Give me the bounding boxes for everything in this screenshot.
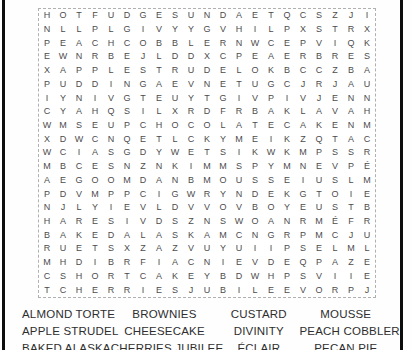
grid-cell: L [103, 23, 119, 37]
grid-cell: L [71, 201, 87, 215]
grid-cell: N [199, 215, 215, 229]
grid-cell: A [231, 119, 247, 133]
grid-cell: R [103, 283, 119, 297]
grid-cell: R [311, 78, 327, 92]
word-search-page: HOTFUDGESUNDAETQCSZJINLLPLGIVYYGVHILPXST… [0, 0, 412, 350]
grid-cell: T [87, 242, 103, 256]
grid-cell: T [151, 64, 167, 78]
grid-cell: S [311, 9, 327, 23]
grid-cell: S [103, 242, 119, 256]
grid-cell: J [295, 78, 311, 92]
grid-cell: C [311, 64, 327, 78]
grid-cell: H [71, 283, 87, 297]
grid-cell: I [87, 256, 103, 270]
grid-cell: V [247, 91, 263, 105]
grid-cell: I [183, 160, 199, 174]
grid-cell: I [247, 23, 263, 37]
grid-cell: E [359, 270, 375, 284]
grid-cell: M [87, 187, 103, 201]
grid-cell: E [183, 146, 199, 160]
grid-cell: A [39, 174, 55, 188]
grid-cell: C [71, 160, 87, 174]
grid-cell: V [183, 78, 199, 92]
grid-cell: C [215, 50, 231, 64]
grid-cell: I [39, 91, 55, 105]
grid-cell: B [183, 174, 199, 188]
grid-cell: K [279, 146, 295, 160]
grid-cell: W [71, 132, 87, 146]
grid-cell: D [183, 50, 199, 64]
grid-cell: D [231, 270, 247, 284]
grid-cell: Q [279, 9, 295, 23]
word-list-item: BAKED ALASKA [22, 340, 111, 350]
grid-cell: N [103, 132, 119, 146]
grid-cell: X [199, 50, 215, 64]
grid-cell: C [135, 187, 151, 201]
grid-cell: N [343, 91, 359, 105]
grid-cell: S [263, 174, 279, 188]
grid-cell: L [167, 132, 183, 146]
grid-cell: D [55, 132, 71, 146]
grid-cell: Y [183, 91, 199, 105]
grid-cell: E [87, 160, 103, 174]
word-list-item: PECAN PIE [299, 340, 392, 350]
grid-cell: L [71, 23, 87, 37]
grid-cell: B [151, 36, 167, 50]
grid-cell: M [311, 215, 327, 229]
grid-cell: S [103, 146, 119, 160]
grid-cell: O [135, 36, 151, 50]
grid-cell: J [343, 228, 359, 242]
grid-cell: R [231, 105, 247, 119]
grid-cell: N [119, 78, 135, 92]
grid-cell: B [39, 228, 55, 242]
grid-cell: H [231, 23, 247, 37]
grid-cell: D [55, 187, 71, 201]
grid-cell: I [231, 283, 247, 297]
grid-cell: B [279, 64, 295, 78]
grid-cell: I [71, 146, 87, 160]
grid-cell: X [39, 132, 55, 146]
grid-cell: L [247, 283, 263, 297]
grid-cell: E [279, 36, 295, 50]
grid-cell: C [55, 283, 71, 297]
grid-cell: R [343, 23, 359, 37]
grid-cell: C [87, 36, 103, 50]
grid-cell: O [215, 201, 231, 215]
grid-cell: H [87, 105, 103, 119]
grid-cell: U [359, 78, 375, 92]
grid-cell: Z [327, 9, 343, 23]
word-list-item: CHERRIES JUBILEE [111, 340, 218, 350]
grid-cell: N [199, 78, 215, 92]
grid-cell: P [119, 119, 135, 133]
grid-cell: S [327, 146, 343, 160]
grid-cell: V [247, 256, 263, 270]
grid-cell: O [215, 174, 231, 188]
grid-cell: V [327, 160, 343, 174]
grid-cell: U [199, 283, 215, 297]
grid-cell: X [295, 23, 311, 37]
grid-cell: E [151, 91, 167, 105]
grid-cell: I [231, 146, 247, 160]
grid-cell: F [215, 105, 231, 119]
grid-cell: W [55, 50, 71, 64]
grid-cell: A [71, 105, 87, 119]
word-search-grid-border: HOTFUDGESUNDAETQCSZJINLLPLGIVYYGVHILPXST… [38, 8, 376, 298]
grid-cell: A [263, 215, 279, 229]
grid-cell: I [119, 215, 135, 229]
grid-cell: P [295, 228, 311, 242]
grid-cell: N [279, 215, 295, 229]
grid-cell: T [231, 78, 247, 92]
grid-cell: R [359, 215, 375, 229]
grid-cell: P [311, 256, 327, 270]
grid-cell: V [295, 283, 311, 297]
grid-cell: I [103, 78, 119, 92]
grid-cell: O [247, 215, 263, 229]
grid-cell: S [55, 270, 71, 284]
grid-cell: Q [119, 132, 135, 146]
grid-cell: R [103, 270, 119, 284]
grid-cell: S [231, 160, 247, 174]
grid-cell: A [55, 228, 71, 242]
grid-cell: M [39, 256, 55, 270]
grid-cell: G [263, 228, 279, 242]
grid-cell: E [215, 64, 231, 78]
grid-cell: S [167, 215, 183, 229]
grid-cell: F [343, 215, 359, 229]
grid-cell: U [247, 78, 263, 92]
grid-cell: U [231, 174, 247, 188]
word-list-item: ALMOND TORTE [22, 306, 111, 323]
grid-cell: A [327, 256, 343, 270]
grid-cell: S [247, 174, 263, 188]
grid-cell: Y [263, 160, 279, 174]
grid-cell: T [247, 119, 263, 133]
grid-cell: S [103, 215, 119, 229]
grid-cell: S [295, 242, 311, 256]
word-list-item: DIVINITY [218, 323, 299, 340]
grid-cell: U [55, 242, 71, 256]
grid-cell: G [135, 78, 151, 92]
grid-cell: P [343, 283, 359, 297]
grid-cell: E [311, 242, 327, 256]
grid-cell: M [199, 160, 215, 174]
grid-cell: V [327, 105, 343, 119]
grid-cell: A [151, 228, 167, 242]
grid-cell: S [167, 283, 183, 297]
grid-cell: C [39, 105, 55, 119]
grid-cell: E [231, 256, 247, 270]
grid-cell: I [247, 242, 263, 256]
grid-cell: O [103, 174, 119, 188]
grid-cell: P [279, 23, 295, 37]
grid-cell: I [151, 256, 167, 270]
grid-cell: V [183, 201, 199, 215]
grid-cell: I [135, 105, 151, 119]
grid-cell: U [231, 242, 247, 256]
grid-cell: G [71, 174, 87, 188]
grid-cell: D [151, 215, 167, 229]
grid-cell: D [135, 146, 151, 160]
grid-cell: E [55, 174, 71, 188]
word-list-item: PEACH COBBLER [299, 323, 392, 340]
grid-cell: G [263, 78, 279, 92]
grid-cell: D [263, 256, 279, 270]
grid-cell: A [311, 105, 327, 119]
grid-cell: M [311, 228, 327, 242]
grid-cell: L [231, 64, 247, 78]
grid-cell: H [39, 9, 55, 23]
grid-cell: Q [103, 105, 119, 119]
word-list-item: CHEESECAKE [111, 323, 218, 340]
grid-cell: C [263, 36, 279, 50]
grid-cell: M [119, 174, 135, 188]
grid-cell: Z [167, 242, 183, 256]
grid-cell: C [183, 119, 199, 133]
grid-cell: I [359, 9, 375, 23]
grid-cell: R [215, 36, 231, 50]
grid-cell: M [215, 228, 231, 242]
grid-cell: T [199, 146, 215, 160]
grid-cell: T [71, 9, 87, 23]
grid-cell: B [359, 201, 375, 215]
grid-cell: W [263, 146, 279, 160]
grid-cell: C [327, 228, 343, 242]
grid-cell: P [87, 23, 103, 37]
grid-cell: T [135, 91, 151, 105]
grid-cell: P [71, 64, 87, 78]
grid-cell: T [311, 187, 327, 201]
grid-cell: I [135, 23, 151, 37]
grid-cell: Y [55, 91, 71, 105]
grid-cell: S [135, 64, 151, 78]
grid-cell: U [55, 78, 71, 92]
grid-cell: N [343, 119, 359, 133]
grid-cell: D [167, 201, 183, 215]
grid-cell: E [183, 270, 199, 284]
grid-cell: H [359, 105, 375, 119]
grid-cell: M [39, 160, 55, 174]
grid-cell: J [183, 283, 199, 297]
grid-cell: D [215, 9, 231, 23]
grid-cell: V [231, 201, 247, 215]
grid-cell: S [71, 119, 87, 133]
grid-cell: U [167, 91, 183, 105]
grid-cell: A [359, 64, 375, 78]
word-list-item: CUSTARD [218, 306, 299, 323]
grid-cell: Z [135, 160, 151, 174]
grid-cell: V [295, 91, 311, 105]
grid-cell: S [167, 9, 183, 23]
grid-cell: W [247, 36, 263, 50]
grid-cell: O [199, 119, 215, 133]
grid-cell: L [151, 105, 167, 119]
grid-cell: I [343, 270, 359, 284]
grid-cell: V [183, 242, 199, 256]
grid-cell: V [135, 215, 151, 229]
grid-cell: Y [215, 187, 231, 201]
grid-cell: R [39, 242, 55, 256]
grid-cell: C [359, 132, 375, 146]
grid-cell: E [215, 78, 231, 92]
grid-cell: A [151, 242, 167, 256]
grid-cell: O [247, 64, 263, 78]
word-list: ALMOND TORTEBROWNIESCUSTARDMOUSSEAPPLE S… [22, 306, 392, 350]
grid-cell: T [263, 9, 279, 23]
grid-cell: F [135, 256, 151, 270]
grid-cell: H [39, 215, 55, 229]
grid-cell: V [311, 270, 327, 284]
grid-cell: A [263, 105, 279, 119]
grid-cell: J [359, 283, 375, 297]
grid-cell: X [167, 105, 183, 119]
grid-cell: O [87, 174, 103, 188]
grid-cell: J [135, 50, 151, 64]
grid-cell: U [359, 228, 375, 242]
grid-cell: K [279, 187, 295, 201]
grid-cell: Q [311, 132, 327, 146]
grid-cell: N [231, 36, 247, 50]
grid-cell: E [343, 50, 359, 64]
grid-cell: I [231, 91, 247, 105]
grid-cell: K [279, 132, 295, 146]
grid-cell: S [327, 201, 343, 215]
grid-cell: R [71, 215, 87, 229]
grid-cell: E [247, 132, 263, 146]
grid-cell: C [135, 270, 151, 284]
grid-cell: E [247, 50, 263, 64]
grid-cell: E [87, 215, 103, 229]
grid-cell: K [199, 132, 215, 146]
grid-cell: X [359, 23, 375, 37]
grid-cell: I [103, 201, 119, 215]
grid-cell: L [183, 36, 199, 50]
grid-cell: V [71, 187, 87, 201]
grid-cell: L [55, 23, 71, 37]
grid-cell: C [279, 119, 295, 133]
grid-cell: N [151, 160, 167, 174]
grid-cell: A [343, 78, 359, 92]
grid-cell: N [247, 228, 263, 242]
grid-cell: T [199, 91, 215, 105]
grid-cell: A [119, 228, 135, 242]
grid-cell: R [359, 146, 375, 160]
grid-cell: B [215, 270, 231, 284]
grid-cell: P [103, 187, 119, 201]
grid-cell: Q [343, 36, 359, 50]
grid-cell: P [311, 146, 327, 160]
grid-cell: R [295, 215, 311, 229]
grid-cell: B [55, 160, 71, 174]
grid-cell: K [311, 119, 327, 133]
grid-cell: E [135, 132, 151, 146]
grid-cell: J [327, 78, 343, 92]
grid-cell: P [87, 64, 103, 78]
grid-cell: C [135, 119, 151, 133]
grid-cell: Z [343, 256, 359, 270]
word-list-item: ÉCLAIR [218, 340, 299, 350]
grid-cell: P [263, 91, 279, 105]
grid-cell: A [87, 146, 103, 160]
grid-cell: S [215, 215, 231, 229]
grid-cell: S [343, 146, 359, 160]
grid-cell: E [87, 119, 103, 133]
grid-cell: N [39, 201, 55, 215]
grid-cell: C [231, 228, 247, 242]
grid-cell: D [103, 228, 119, 242]
grid-cell: L [295, 105, 311, 119]
grid-cell: A [167, 256, 183, 270]
grid-cell: A [295, 119, 311, 133]
grid-cell: Q [295, 256, 311, 270]
grid-cell: M [295, 146, 311, 160]
grid-cell: S [311, 23, 327, 37]
grid-cell: T [327, 23, 343, 37]
word-list-item: APPLE STRUDEL [22, 323, 111, 340]
grid-cell: P [231, 50, 247, 64]
grid-cell: A [343, 132, 359, 146]
grid-cell: E [119, 50, 135, 64]
grid-cell: L [103, 64, 119, 78]
grid-cell: M [231, 132, 247, 146]
grid-cell: E [327, 91, 343, 105]
grid-cell: N [231, 187, 247, 201]
grid-cell: O [55, 9, 71, 23]
grid-cell: Y [215, 242, 231, 256]
grid-cell: I [327, 270, 343, 284]
grid-cell: I [295, 174, 311, 188]
grid-cell: I [279, 91, 295, 105]
grid-cell: E [119, 201, 135, 215]
grid-cell: E [39, 50, 55, 64]
grid-cell: P [247, 160, 263, 174]
grid-cell: C [295, 64, 311, 78]
grid-cell: I [263, 242, 279, 256]
grid-cell: N [199, 9, 215, 23]
grid-cell: K [167, 160, 183, 174]
grid-cell: S [359, 50, 375, 64]
grid-cell: J [311, 91, 327, 105]
grid-cell: W [39, 119, 55, 133]
grid-cell: P [279, 270, 295, 284]
grid-cell: I [327, 36, 343, 50]
grid-cell: R [327, 50, 343, 64]
grid-cell: H [103, 36, 119, 50]
grid-cell: S [103, 160, 119, 174]
grid-cell: O [263, 201, 279, 215]
grid-cell: E [247, 9, 263, 23]
grid-cell: N [199, 256, 215, 270]
grid-cell: D [199, 64, 215, 78]
grid-cell: E [279, 174, 295, 188]
grid-cell: Y [87, 201, 103, 215]
grid-cell: R [279, 228, 295, 242]
grid-cell: C [39, 270, 55, 284]
grid-cell: C [119, 36, 135, 50]
grid-cell: T [39, 283, 55, 297]
grid-cell: M [199, 174, 215, 188]
grid-cell: M [343, 242, 359, 256]
grid-cell: V [135, 201, 151, 215]
grid-cell: P [39, 78, 55, 92]
grid-cell: E [279, 50, 295, 64]
grid-cell: H [55, 256, 71, 270]
grid-cell: Y [279, 201, 295, 215]
grid-cell: M [359, 174, 375, 188]
grid-cell: A [55, 64, 71, 78]
